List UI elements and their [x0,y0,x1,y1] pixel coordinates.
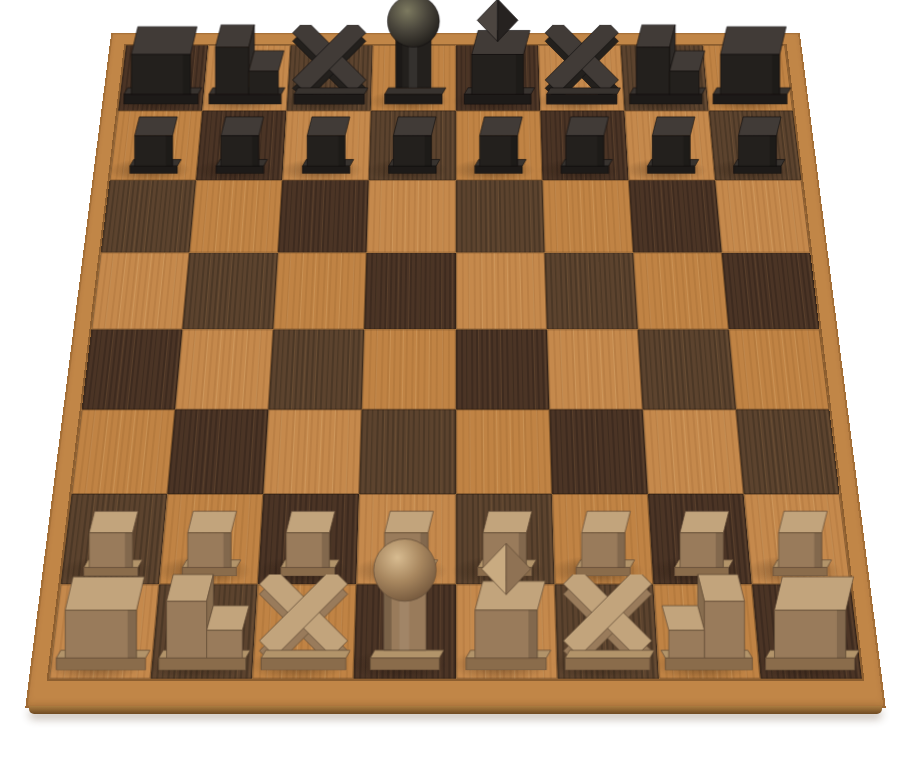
white-bishop-f1[interactable] [561,575,655,671]
black-pawn-b7[interactable] [209,115,270,174]
square-h5[interactable] [722,253,820,329]
square-c5[interactable] [273,253,366,329]
black-pawn-g7[interactable] [641,115,702,174]
black-pawn-d7[interactable] [382,115,443,174]
square-d6[interactable] [367,180,456,253]
black-pawn-c7[interactable] [296,115,357,174]
black-pawn-f7[interactable] [555,115,616,174]
square-g7[interactable] [624,111,715,180]
board-3d [25,33,886,708]
square-d5[interactable] [364,253,455,329]
square-e4[interactable] [456,329,549,409]
black-bishop-c8[interactable] [290,25,368,105]
square-f3[interactable] [549,409,648,494]
square-b3[interactable] [167,409,268,494]
square-f2[interactable] [552,494,653,584]
black-rook-h8[interactable] [708,18,793,105]
white-pawn-f2[interactable] [569,509,638,576]
chess-board-frame [25,33,886,708]
white-knight-b1[interactable] [152,566,252,671]
white-queen-d1[interactable] [365,534,445,670]
black-rook-a8[interactable] [118,18,203,105]
white-rook-h1[interactable] [759,566,861,671]
black-knight-g8[interactable] [625,18,708,105]
black-bishop-f8[interactable] [543,25,621,105]
square-g5[interactable] [633,253,729,329]
white-pawn-c2[interactable] [273,509,342,576]
black-king-e8[interactable] [458,0,538,105]
square-c4[interactable] [269,329,365,409]
square-f5[interactable] [544,253,637,329]
square-e3[interactable] [456,409,552,494]
black-knight-b8[interactable] [203,18,286,105]
square-d1[interactable] [354,584,456,679]
square-b4[interactable] [175,329,273,409]
square-h7[interactable] [709,111,802,180]
square-a6[interactable] [101,180,196,253]
square-h3[interactable] [736,409,840,494]
square-f4[interactable] [547,329,643,409]
square-f6[interactable] [542,180,633,253]
square-a4[interactable] [82,329,183,409]
square-g6[interactable] [628,180,721,253]
square-a3[interactable] [71,409,175,494]
square-h8[interactable] [703,45,793,111]
square-h1[interactable] [752,584,862,679]
square-e8[interactable] [456,45,540,111]
square-e6[interactable] [456,180,545,253]
white-bishop-c1[interactable] [257,575,351,671]
square-b5[interactable] [182,253,278,329]
square-e7[interactable] [456,111,542,180]
square-a8[interactable] [118,45,208,111]
square-f1[interactable] [554,584,659,679]
white-knight-g1[interactable] [659,566,759,671]
square-d7[interactable] [369,111,455,180]
square-e5[interactable] [456,253,547,329]
square-g3[interactable] [642,409,743,494]
square-c2[interactable] [258,494,359,584]
black-queen-d8[interactable] [380,0,447,105]
square-f7[interactable] [540,111,629,180]
black-pawn-a7[interactable] [123,115,184,174]
white-king-e1[interactable] [458,543,554,670]
square-h4[interactable] [729,329,830,409]
chess-board [49,45,862,678]
square-d4[interactable] [362,329,455,409]
board-front-edge [29,706,882,714]
square-a7[interactable] [110,111,203,180]
square-g8[interactable] [620,45,708,111]
square-c8[interactable] [287,45,373,111]
square-c6[interactable] [278,180,369,253]
square-b6[interactable] [189,180,282,253]
square-c3[interactable] [263,409,362,494]
square-b1[interactable] [151,584,258,679]
square-b8[interactable] [202,45,290,111]
square-f8[interactable] [538,45,624,111]
square-g1[interactable] [653,584,760,679]
square-d3[interactable] [359,409,455,494]
square-h6[interactable] [715,180,810,253]
square-a5[interactable] [91,253,189,329]
square-c1[interactable] [252,584,357,679]
square-b7[interactable] [196,111,287,180]
white-rook-a1[interactable] [49,566,151,671]
square-g4[interactable] [638,329,736,409]
board-scene [73,0,838,704]
square-a1[interactable] [49,584,159,679]
photo-background [0,0,902,767]
black-pawn-h7[interactable] [727,115,788,174]
square-c7[interactable] [283,111,372,180]
black-pawn-e7[interactable] [468,115,529,174]
square-e1[interactable] [456,584,558,679]
square-d8[interactable] [371,45,455,111]
